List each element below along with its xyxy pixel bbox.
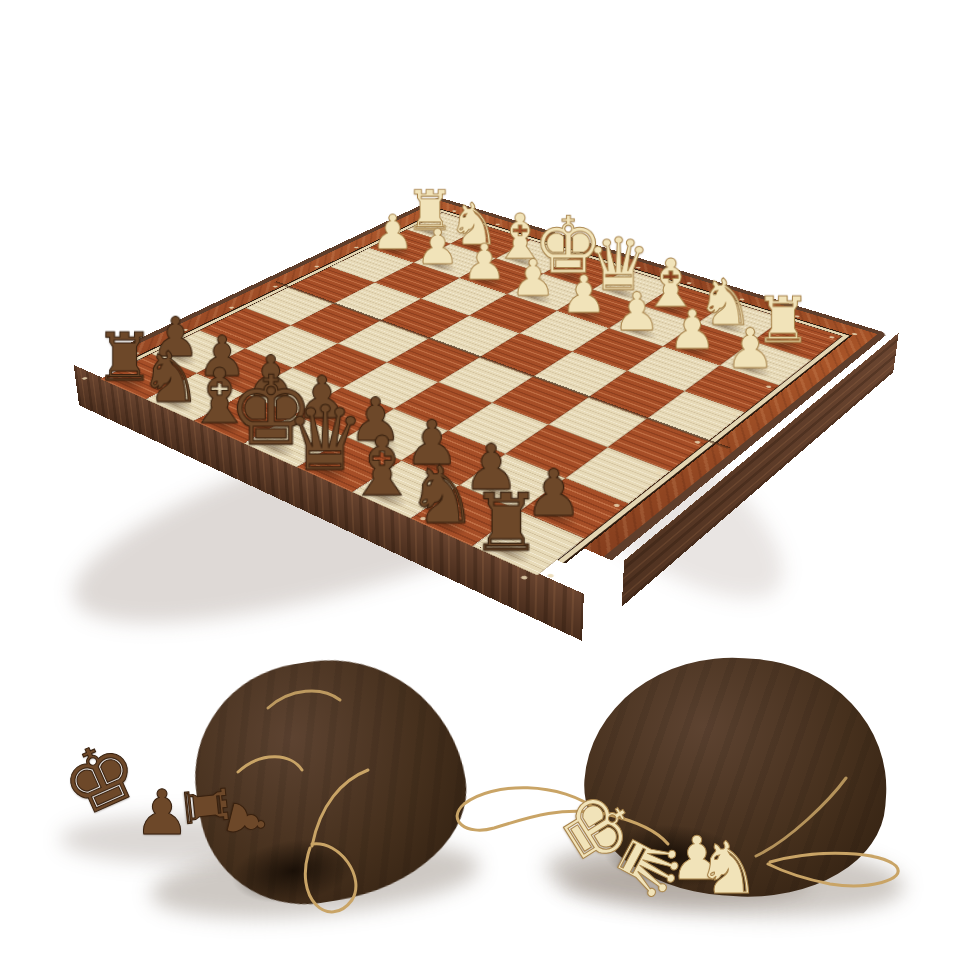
white-pawn: ♟ bbox=[725, 325, 774, 375]
white-pawn: ♟ bbox=[510, 256, 555, 301]
white-knight-standing: ♞ bbox=[696, 832, 761, 904]
white-pawn: ♟ bbox=[668, 307, 716, 355]
frame-dot bbox=[353, 246, 359, 249]
black-knight: ♞ bbox=[407, 460, 478, 532]
frame-dot bbox=[851, 333, 858, 336]
product-photo-chess-set: { "game": "chess", "scene": { "descripti… bbox=[0, 0, 960, 960]
frame-dot bbox=[314, 265, 320, 268]
frame-dot bbox=[272, 285, 279, 288]
black-rook: ♜ bbox=[470, 488, 541, 559]
white-pawn: ♟ bbox=[561, 272, 607, 318]
white-pawn: ♟ bbox=[371, 212, 414, 255]
white-pawn: ♟ bbox=[462, 241, 506, 286]
white-pawn: ♟ bbox=[613, 289, 660, 336]
frame-dot bbox=[546, 573, 555, 578]
white-pawn: ♟ bbox=[416, 226, 459, 270]
frame-dot bbox=[81, 377, 88, 380]
frame-dot bbox=[520, 575, 529, 580]
frame-dot bbox=[228, 306, 235, 309]
